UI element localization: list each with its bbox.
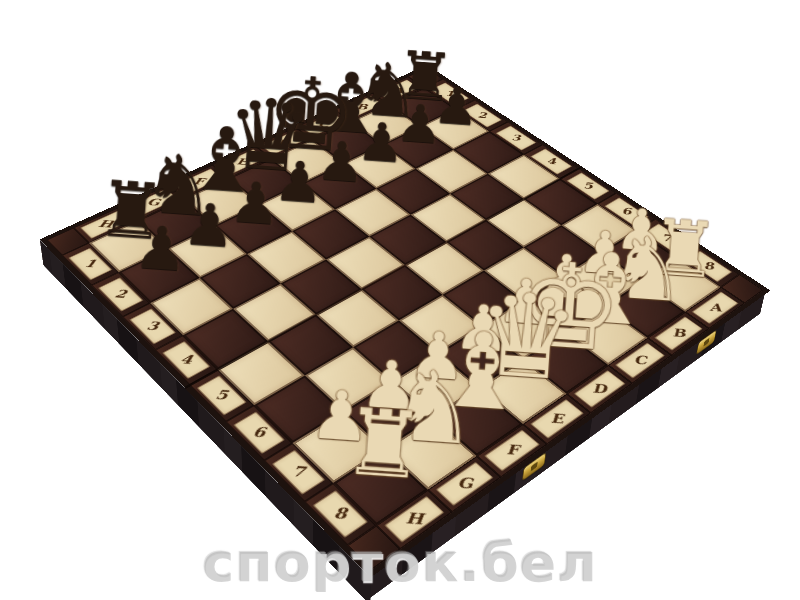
frame-corner bbox=[721, 274, 763, 303]
brass-clasp-icon bbox=[697, 330, 716, 353]
brass-clasp-icon bbox=[523, 453, 545, 480]
chess-board: HGFEDCBA1♜♞♝♛♚♝♞♜12♟♟♟♟♟♟♟♟2334455667♟♟♟… bbox=[40, 65, 771, 578]
board-scene: HGFEDCBA1♜♞♝♛♚♝♞♜12♟♟♟♟♟♟♟♟2334455667♟♟♟… bbox=[0, 0, 800, 600]
square-e5 bbox=[362, 265, 443, 320]
product-photo: HGFEDCBA1♜♞♝♛♚♝♞♜12♟♟♟♟♟♟♟♟2334455667♟♟♟… bbox=[0, 0, 800, 600]
label-plaque: 1 bbox=[68, 247, 113, 280]
